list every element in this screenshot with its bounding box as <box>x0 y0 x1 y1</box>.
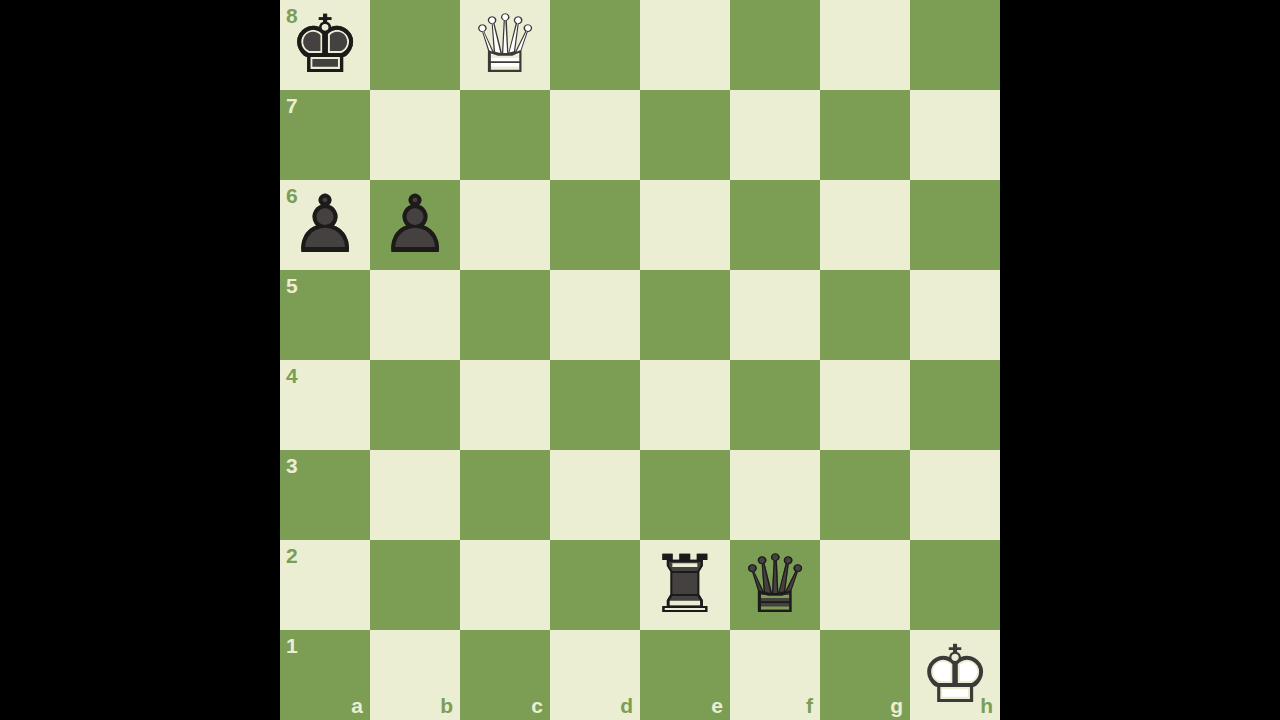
square-b5[interactable] <box>370 270 460 360</box>
letterbox-left <box>0 0 280 720</box>
square-h5[interactable] <box>910 270 1000 360</box>
white-queen-glyph-outline: ♕ <box>460 0 550 90</box>
square-c4[interactable] <box>460 360 550 450</box>
rank-label-5: 5 <box>286 275 298 296</box>
square-d5[interactable] <box>550 270 640 360</box>
square-f4[interactable] <box>730 360 820 450</box>
square-d1[interactable]: d <box>550 630 640 720</box>
square-d8[interactable] <box>550 0 640 90</box>
square-c5[interactable] <box>460 270 550 360</box>
square-g6[interactable] <box>820 180 910 270</box>
square-h2[interactable] <box>910 540 1000 630</box>
square-e7[interactable] <box>640 90 730 180</box>
piece-black-king[interactable]: ♚♔ <box>280 0 370 90</box>
square-b3[interactable] <box>370 450 460 540</box>
square-e6[interactable] <box>640 180 730 270</box>
black-pawn-glyph-outline: ♙ <box>280 180 370 270</box>
square-e5[interactable] <box>640 270 730 360</box>
square-c7[interactable] <box>460 90 550 180</box>
square-h4[interactable] <box>910 360 1000 450</box>
square-h3[interactable] <box>910 450 1000 540</box>
square-f6[interactable] <box>730 180 820 270</box>
square-e8[interactable] <box>640 0 730 90</box>
black-rook-glyph-outline: ♖ <box>640 540 730 630</box>
square-d4[interactable] <box>550 360 640 450</box>
square-f7[interactable] <box>730 90 820 180</box>
square-e1[interactable]: e <box>640 630 730 720</box>
square-a7[interactable]: 7 <box>280 90 370 180</box>
file-label-f: f <box>806 695 813 716</box>
square-g5[interactable] <box>820 270 910 360</box>
rank-label-1: 1 <box>286 635 298 656</box>
square-h8[interactable] <box>910 0 1000 90</box>
square-h7[interactable] <box>910 90 1000 180</box>
square-a2[interactable]: 2 <box>280 540 370 630</box>
square-c8[interactable]: ♛♕ <box>460 0 550 90</box>
rank-label-3: 3 <box>286 455 298 476</box>
square-c6[interactable] <box>460 180 550 270</box>
square-f8[interactable] <box>730 0 820 90</box>
square-h6[interactable] <box>910 180 1000 270</box>
square-g3[interactable] <box>820 450 910 540</box>
square-g4[interactable] <box>820 360 910 450</box>
piece-white-queen[interactable]: ♛♕ <box>460 0 550 90</box>
square-a4[interactable]: 4 <box>280 360 370 450</box>
square-f3[interactable] <box>730 450 820 540</box>
square-g1[interactable]: g <box>820 630 910 720</box>
square-d3[interactable] <box>550 450 640 540</box>
file-label-g: g <box>890 695 903 716</box>
square-b2[interactable] <box>370 540 460 630</box>
square-a8[interactable]: 8♚♔ <box>280 0 370 90</box>
square-e3[interactable] <box>640 450 730 540</box>
piece-black-pawn[interactable]: ♟♙ <box>280 180 370 270</box>
square-e4[interactable] <box>640 360 730 450</box>
square-f1[interactable]: f <box>730 630 820 720</box>
piece-white-king[interactable]: ♚♔ <box>910 630 1000 720</box>
square-c1[interactable]: c <box>460 630 550 720</box>
square-c2[interactable] <box>460 540 550 630</box>
file-label-a: a <box>351 695 363 716</box>
file-label-d: d <box>620 695 633 716</box>
square-b4[interactable] <box>370 360 460 450</box>
square-g8[interactable] <box>820 0 910 90</box>
square-e2[interactable]: ♜♖ <box>640 540 730 630</box>
square-a5[interactable]: 5 <box>280 270 370 360</box>
square-g2[interactable] <box>820 540 910 630</box>
square-h1[interactable]: h♚♔ <box>910 630 1000 720</box>
square-a6[interactable]: 6♟♙ <box>280 180 370 270</box>
rank-label-2: 2 <box>286 545 298 566</box>
file-label-e: e <box>711 695 723 716</box>
black-king-glyph-outline: ♔ <box>280 0 370 90</box>
square-b7[interactable] <box>370 90 460 180</box>
piece-black-queen[interactable]: ♛♕ <box>730 540 820 630</box>
white-king-glyph-outline: ♔ <box>910 630 1000 720</box>
app-stage: 8♚♔♛♕76♟♙♟♙5432♜♖♛♕1abcdefgh♚♔ <box>0 0 1280 720</box>
square-d6[interactable] <box>550 180 640 270</box>
square-b8[interactable] <box>370 0 460 90</box>
square-b1[interactable]: b <box>370 630 460 720</box>
square-a3[interactable]: 3 <box>280 450 370 540</box>
square-d7[interactable] <box>550 90 640 180</box>
square-d2[interactable] <box>550 540 640 630</box>
square-b6[interactable]: ♟♙ <box>370 180 460 270</box>
piece-black-pawn[interactable]: ♟♙ <box>370 180 460 270</box>
letterbox-right <box>1000 0 1280 720</box>
square-f2[interactable]: ♛♕ <box>730 540 820 630</box>
square-a1[interactable]: 1a <box>280 630 370 720</box>
black-queen-glyph-outline: ♕ <box>730 540 820 630</box>
rank-label-7: 7 <box>286 95 298 116</box>
chess-board: 8♚♔♛♕76♟♙♟♙5432♜♖♛♕1abcdefgh♚♔ <box>280 0 1000 720</box>
file-label-b: b <box>440 695 453 716</box>
piece-black-rook[interactable]: ♜♖ <box>640 540 730 630</box>
file-label-c: c <box>531 695 543 716</box>
rank-label-4: 4 <box>286 365 298 386</box>
square-g7[interactable] <box>820 90 910 180</box>
black-pawn-glyph-outline: ♙ <box>370 180 460 270</box>
square-c3[interactable] <box>460 450 550 540</box>
square-f5[interactable] <box>730 270 820 360</box>
